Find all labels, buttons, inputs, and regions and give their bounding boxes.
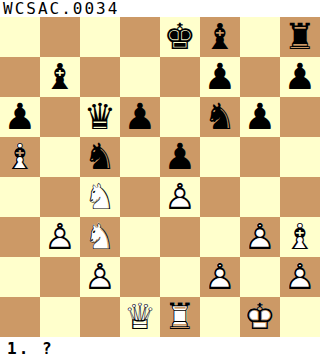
square-d5[interactable]: [120, 137, 160, 177]
square-f8[interactable]: ♝: [200, 17, 240, 57]
square-e1[interactable]: ♜♖: [160, 297, 200, 337]
piece-black-knight: ♞: [80, 137, 120, 177]
square-b7[interactable]: ♝: [40, 57, 80, 97]
chess-diagram-page: WCSAC.0034 ♚♝♜♝♟♟♟♛♟♞♟♝♗♞♟♞♘♟♙♟♙♞♘♟♙♝♗♟♙…: [0, 0, 320, 360]
move-prompt: 1. ?: [0, 337, 320, 360]
square-a1[interactable]: [0, 297, 40, 337]
square-e8[interactable]: ♚: [160, 17, 200, 57]
square-c1[interactable]: [80, 297, 120, 337]
square-h5[interactable]: [280, 137, 320, 177]
square-f6[interactable]: ♞: [200, 97, 240, 137]
piece-white-bishop: ♝♗: [0, 137, 40, 177]
square-b6[interactable]: [40, 97, 80, 137]
square-g6[interactable]: ♟: [240, 97, 280, 137]
square-f5[interactable]: [200, 137, 240, 177]
square-g4[interactable]: [240, 177, 280, 217]
square-d4[interactable]: [120, 177, 160, 217]
piece-white-rook: ♜♖: [160, 297, 200, 337]
square-c7[interactable]: [80, 57, 120, 97]
piece-white-pawn: ♟♙: [40, 217, 80, 257]
square-a7[interactable]: [0, 57, 40, 97]
piece-white-pawn: ♟♙: [280, 257, 320, 297]
square-d7[interactable]: [120, 57, 160, 97]
piece-black-king: ♚: [160, 17, 200, 57]
square-b1[interactable]: [40, 297, 80, 337]
square-h1[interactable]: [280, 297, 320, 337]
piece-black-pawn: ♟: [0, 97, 40, 137]
square-g8[interactable]: [240, 17, 280, 57]
square-e3[interactable]: [160, 217, 200, 257]
square-b8[interactable]: [40, 17, 80, 57]
square-c3[interactable]: ♞♘: [80, 217, 120, 257]
square-d8[interactable]: [120, 17, 160, 57]
piece-white-pawn: ♟♙: [200, 257, 240, 297]
square-a3[interactable]: [0, 217, 40, 257]
piece-black-pawn: ♟: [280, 57, 320, 97]
square-d3[interactable]: [120, 217, 160, 257]
square-h4[interactable]: [280, 177, 320, 217]
square-g2[interactable]: [240, 257, 280, 297]
square-h6[interactable]: [280, 97, 320, 137]
chess-board: ♚♝♜♝♟♟♟♛♟♞♟♝♗♞♟♞♘♟♙♟♙♞♘♟♙♝♗♟♙♟♙♟♙♛♕♜♖♚♔: [0, 17, 320, 337]
square-e6[interactable]: [160, 97, 200, 137]
square-a2[interactable]: [0, 257, 40, 297]
puzzle-id-title: WCSAC.0034: [0, 0, 320, 17]
piece-black-queen: ♛: [80, 97, 120, 137]
square-f4[interactable]: [200, 177, 240, 217]
piece-white-queen: ♛♕: [120, 297, 160, 337]
square-d1[interactable]: ♛♕: [120, 297, 160, 337]
square-h3[interactable]: ♝♗: [280, 217, 320, 257]
piece-white-pawn: ♟♙: [160, 177, 200, 217]
square-b4[interactable]: [40, 177, 80, 217]
square-c4[interactable]: ♞♘: [80, 177, 120, 217]
square-c6[interactable]: ♛: [80, 97, 120, 137]
square-g5[interactable]: [240, 137, 280, 177]
square-a6[interactable]: ♟: [0, 97, 40, 137]
piece-black-knight: ♞: [200, 97, 240, 137]
square-a8[interactable]: [0, 17, 40, 57]
piece-white-bishop: ♝♗: [280, 217, 320, 257]
piece-white-pawn: ♟♙: [240, 217, 280, 257]
square-d2[interactable]: [120, 257, 160, 297]
piece-black-bishop: ♝: [200, 17, 240, 57]
piece-black-pawn: ♟: [120, 97, 160, 137]
piece-black-rook: ♜: [280, 17, 320, 57]
piece-white-pawn: ♟♙: [80, 257, 120, 297]
piece-black-bishop: ♝: [40, 57, 80, 97]
square-f1[interactable]: [200, 297, 240, 337]
square-h7[interactable]: ♟: [280, 57, 320, 97]
square-a4[interactable]: [0, 177, 40, 217]
square-e4[interactable]: ♟♙: [160, 177, 200, 217]
square-f3[interactable]: [200, 217, 240, 257]
piece-black-pawn: ♟: [200, 57, 240, 97]
square-c8[interactable]: [80, 17, 120, 57]
square-c5[interactable]: ♞: [80, 137, 120, 177]
square-f7[interactable]: ♟: [200, 57, 240, 97]
square-g1[interactable]: ♚♔: [240, 297, 280, 337]
square-c2[interactable]: ♟♙: [80, 257, 120, 297]
square-b5[interactable]: [40, 137, 80, 177]
square-b2[interactable]: [40, 257, 80, 297]
square-f2[interactable]: ♟♙: [200, 257, 240, 297]
piece-white-knight: ♞♘: [80, 177, 120, 217]
square-h2[interactable]: ♟♙: [280, 257, 320, 297]
square-g7[interactable]: [240, 57, 280, 97]
square-d6[interactable]: ♟: [120, 97, 160, 137]
piece-white-king: ♚♔: [240, 297, 280, 337]
square-e5[interactable]: ♟: [160, 137, 200, 177]
square-h8[interactable]: ♜: [280, 17, 320, 57]
piece-black-pawn: ♟: [160, 137, 200, 177]
square-e2[interactable]: [160, 257, 200, 297]
square-b3[interactable]: ♟♙: [40, 217, 80, 257]
piece-white-knight: ♞♘: [80, 217, 120, 257]
square-a5[interactable]: ♝♗: [0, 137, 40, 177]
piece-black-pawn: ♟: [240, 97, 280, 137]
square-e7[interactable]: [160, 57, 200, 97]
square-g3[interactable]: ♟♙: [240, 217, 280, 257]
